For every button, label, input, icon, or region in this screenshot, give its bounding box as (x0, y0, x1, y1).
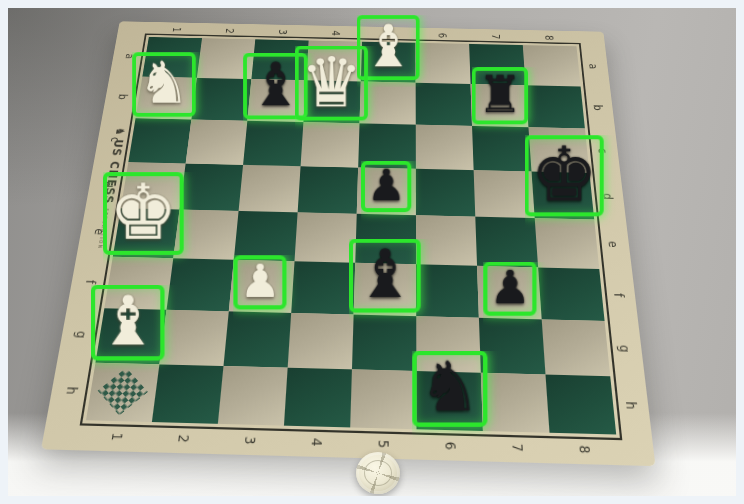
piece-white-pawn-f3: ♟ (240, 260, 281, 303)
square-g3 (223, 311, 291, 367)
chess-mat: 12345678 12345678 abcdefgh abcdefgh ♞ US… (41, 21, 655, 466)
square-e4 (294, 212, 356, 262)
square-b6 (416, 83, 472, 126)
piece-black-rook-b7: ♜ (477, 71, 522, 119)
square-g4 (288, 313, 354, 369)
square-b7: ♜ (471, 84, 529, 127)
detection-box-black-pawn-f7: ♟ (483, 262, 537, 316)
square-e6 (416, 215, 477, 266)
square-f8 (538, 267, 604, 321)
detection-box-white-bishop-g1: ♝ (91, 285, 165, 361)
detection-box-white-pawn-f3: ♟ (233, 256, 286, 310)
rank-label-6: 6 (433, 15, 451, 57)
rank-label-7: 7 (486, 16, 505, 58)
square-f2 (167, 258, 234, 311)
piece-black-pawn-d5: ♟ (367, 165, 406, 206)
square-g2 (159, 310, 228, 366)
square-h1 (86, 363, 159, 422)
square-d2 (180, 163, 243, 211)
square-c7 (472, 126, 531, 172)
square-e1: ♚ (113, 208, 180, 258)
detection-box-black-rook-b7: ♜ (472, 67, 529, 124)
detection-b4: ♛ (295, 45, 368, 120)
rank-label-3: 3 (272, 11, 292, 53)
square-c3 (243, 121, 303, 166)
square-g5 (352, 315, 416, 371)
square-d4 (298, 166, 359, 214)
file-label-a: a (103, 49, 155, 63)
piece-black-bishop-f5: ♝ (355, 243, 415, 306)
square-h5 (350, 369, 416, 429)
detection-d5: ♟ (361, 161, 412, 212)
file-label-c: c (87, 132, 142, 147)
scene: 12345678 12345678 abcdefgh abcdefgh ♞ US… (8, 8, 736, 496)
square-g1: ♝ (95, 308, 166, 364)
detection-f3: ♟ (233, 256, 286, 310)
piece-white-bishop-g1: ♝ (97, 289, 158, 354)
detection-box-black-bishop-f5: ♝ (349, 239, 421, 313)
detection-box-white-king-e1: ♚ (103, 172, 184, 255)
square-e8 (535, 218, 600, 269)
board-grid: ♝♞♝♛♜♟♚♚♟♝♟♝♞ (86, 37, 616, 435)
detection-box-black-knight-h6: ♞ (412, 351, 487, 427)
file-label-a: a (567, 59, 619, 73)
square-f7: ♟ (477, 266, 542, 320)
detection-e1: ♚ (103, 172, 184, 255)
square-f6 (416, 264, 479, 317)
square-c4 (301, 122, 360, 167)
rank-label-8: 8 (539, 17, 559, 59)
square-d3 (239, 165, 301, 213)
square-b4: ♛ (303, 80, 360, 123)
square-c2 (186, 120, 248, 165)
rook-top-view (356, 452, 400, 494)
square-h6: ♞ (416, 371, 483, 431)
detection-box-black-pawn-d5: ♟ (361, 161, 412, 212)
detection-f7: ♟ (483, 262, 537, 316)
detection-box-white-queen-b4: ♛ (295, 45, 368, 120)
piece-white-queen-b4: ♛ (301, 49, 363, 115)
rank-label-5: 5 (380, 14, 397, 56)
detection-h6: ♞ (412, 351, 487, 427)
square-d5: ♟ (357, 167, 416, 215)
square-f3: ♟ (229, 260, 295, 313)
detection-b7: ♜ (472, 67, 529, 124)
offboard-white-rook (356, 452, 400, 494)
square-h8 (545, 374, 616, 434)
square-g8 (542, 319, 611, 376)
square-f4 (291, 261, 355, 314)
piece-black-knight-h6: ♞ (419, 355, 480, 420)
piece-black-pawn-f7: ♟ (490, 266, 531, 310)
square-f5: ♝ (354, 263, 417, 316)
us-chess-corner-emblem (98, 368, 148, 416)
square-h4 (284, 368, 352, 428)
square-d6 (416, 169, 475, 217)
rank-label-4: 4 (326, 13, 345, 55)
square-h7 (481, 373, 550, 433)
photo-background: 12345678 12345678 abcdefgh abcdefgh ♞ US… (8, 8, 736, 496)
file-label-b: b (571, 100, 625, 115)
piece-white-king-e1: ♚ (109, 176, 178, 249)
square-h3 (218, 366, 288, 426)
square-g7 (479, 318, 546, 375)
square-h2 (152, 364, 224, 424)
detection-f5: ♝ (349, 239, 421, 313)
file-label-c: c (575, 143, 630, 158)
detection-g1: ♝ (91, 285, 165, 361)
square-c6 (416, 125, 474, 170)
file-label-b: b (95, 90, 149, 105)
file-label-d: d (579, 188, 636, 204)
